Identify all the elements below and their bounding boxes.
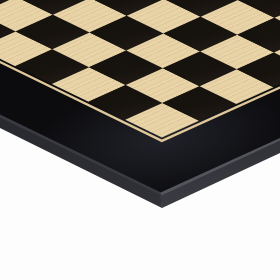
playing-field-grid (0, 0, 280, 138)
product-photo-stage (0, 0, 280, 280)
